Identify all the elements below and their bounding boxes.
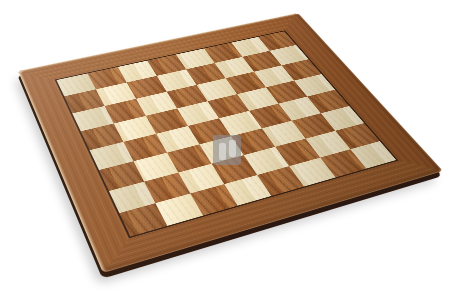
- photo-watermark: [213, 135, 241, 165]
- watermark-glyph-right: [229, 140, 236, 157]
- watermark-glyph-left: [219, 143, 226, 160]
- photo-stage: [0, 0, 455, 300]
